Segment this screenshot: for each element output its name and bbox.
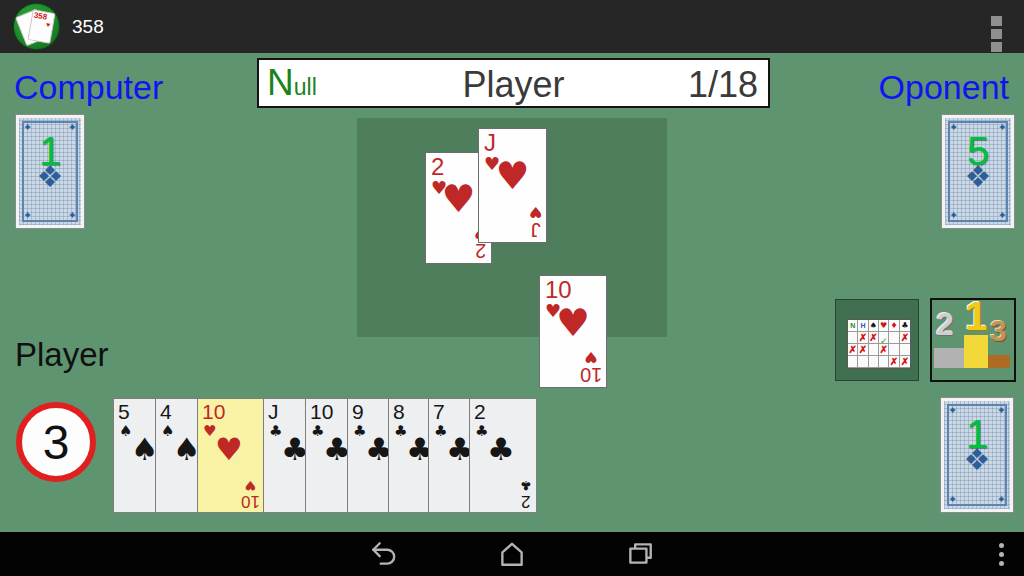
scoresheet-header-cell: H xyxy=(858,320,868,332)
ranking-button[interactable]: 2 1 3 xyxy=(930,298,1016,382)
oponent-card-count: 5 xyxy=(945,131,1011,171)
scoresheet-cell: ✗ xyxy=(858,344,868,356)
podium-first-block xyxy=(964,335,988,368)
app-icon: 358 ♥ xyxy=(13,3,60,50)
player-score-value: 3 xyxy=(43,415,70,470)
scoresheet-cell xyxy=(848,356,858,368)
scoresheet-cell xyxy=(858,356,868,368)
computer-card-count: 1 xyxy=(19,131,81,171)
scoresheet-header-cell: ♦ xyxy=(889,320,899,332)
podium-third-block xyxy=(988,355,1010,368)
ornament-icon: ✦ xyxy=(997,494,1006,505)
scoresheet-cell: ✗ xyxy=(869,332,879,344)
x-mark: ✗ xyxy=(859,333,867,343)
podium-second-label: 2 xyxy=(936,308,954,340)
scoresheet-cell xyxy=(900,344,910,356)
playing-card-10♥: 10♥♥10♥ xyxy=(539,275,607,388)
x-mark: ✗ xyxy=(901,333,909,343)
scoresheet-cell xyxy=(869,344,879,356)
scoresheet-cell: ✗ xyxy=(879,344,889,356)
scoresheet-cell: ✗ xyxy=(900,332,910,344)
playing-card-10♥[interactable]: 10♥♥10♥ xyxy=(197,398,265,513)
scoresheet-cell xyxy=(869,356,879,368)
status-bar: Null Player 1/18 xyxy=(257,58,770,108)
x-mark: ✗ xyxy=(859,345,867,355)
scoresheet-cell xyxy=(848,332,858,344)
scoresheet-cell: ✓ xyxy=(879,332,889,344)
scoresheet-header-cell: ♥ xyxy=(879,320,889,332)
x-mark: ✗ xyxy=(901,357,909,367)
ornament-icon: ✦ xyxy=(23,210,32,221)
ornament-icon: ✦ xyxy=(949,210,958,221)
scoresheet-cell: ✗ xyxy=(900,356,910,368)
trick-counter: 1/18 xyxy=(688,64,758,106)
ornament-icon: ✦ xyxy=(998,210,1007,221)
nav-overflow-menu-icon[interactable] xyxy=(999,543,1004,566)
x-mark: ✗ xyxy=(890,357,898,367)
back-icon[interactable] xyxy=(369,539,399,569)
oponent-card-back: ✦ ✦ ✦ ✦ ❖ 5 xyxy=(942,115,1014,228)
podium-first-label: 1 xyxy=(965,296,987,336)
podium-second-block xyxy=(934,348,964,368)
scoresheet-cell xyxy=(889,332,899,344)
computer-card-back: ✦ ✦ ✦ ✦ ❖ 1 xyxy=(16,115,84,228)
podium-third-label: 3 xyxy=(990,316,1007,346)
scoresheet-header-cell: ♣ xyxy=(900,320,910,332)
x-mark: ✗ xyxy=(848,345,856,355)
scoresheet-cell: ✗ xyxy=(858,332,868,344)
overflow-menu-icon[interactable] xyxy=(991,16,1002,52)
x-mark: ✗ xyxy=(869,333,877,343)
scoresheet-header-cell: ♠ xyxy=(869,320,879,332)
scoresheet-grid: NH♠♥♦♣✗✗✓✗✗✗✗✗✗ xyxy=(847,319,911,369)
scoresheet-cell: ✗ xyxy=(848,344,858,356)
scoresheet-cell xyxy=(889,344,899,356)
player-score-badge: 3 xyxy=(16,402,96,482)
app-icon-card-front: 358 ♥ xyxy=(27,9,55,44)
android-nav-bar xyxy=(0,532,1024,576)
stock-card-count: 1 xyxy=(944,414,1010,454)
ornament-icon: ✦ xyxy=(948,494,957,505)
player-label: Player xyxy=(15,336,109,374)
playing-card-2♣[interactable]: 2♣♣2♣ xyxy=(469,398,537,513)
scoresheet-button[interactable]: NH♠♥♦♣✗✗✓✗✗✗✗✗✗ xyxy=(835,299,919,381)
scoresheet-cell: ✗ xyxy=(889,356,899,368)
playing-card-J♥: J♥♥J♥ xyxy=(478,128,547,243)
stock-card-back: ✦ ✦ ✦ ✦ ❖ 1 xyxy=(941,398,1013,512)
app-title: 358 xyxy=(72,0,104,53)
ornament-icon: ✦ xyxy=(68,210,77,221)
computer-label: Computer xyxy=(14,68,163,107)
oponent-label: Oponent xyxy=(879,68,1009,107)
home-icon[interactable] xyxy=(497,539,527,569)
x-mark: ✗ xyxy=(879,345,887,355)
recents-icon[interactable] xyxy=(625,539,655,569)
top-app-bar: 358 ♥ 358 xyxy=(0,0,1024,53)
scoresheet-cell xyxy=(879,356,889,368)
scoresheet-header-cell: N xyxy=(848,320,858,332)
